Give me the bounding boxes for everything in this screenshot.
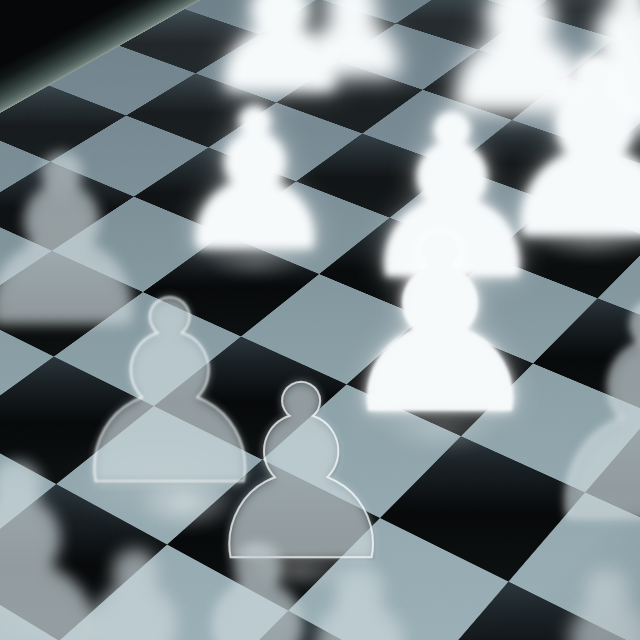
piece-clear-pawn[interactable]: ♟ <box>508 268 640 563</box>
piece-clear-pawn[interactable]: ♟ <box>225 537 495 640</box>
glass-chess-scene: Macro photo of a glass chess set in its … <box>0 0 640 640</box>
piece-layer: ♟♟♟♟♟♟♟♟♟♟♟♟♟♟♟♟♟ <box>0 0 640 640</box>
piece-clear-pawn[interactable]: ♟ <box>491 545 640 640</box>
